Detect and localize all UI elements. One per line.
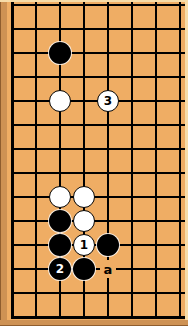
black-stone-c5 [49, 210, 71, 232]
grid-line-vertical [179, 2, 181, 319]
white-stone-d6 [73, 186, 95, 208]
image-crop-border-top [0, 0, 188, 2]
white-stone-c6 [49, 186, 71, 208]
move-number: 1 [80, 239, 88, 251]
grid-line-horizontal [11, 28, 185, 30]
board-edge-outline-left [0, 0, 1, 326]
grid-line-horizontal [11, 316, 185, 319]
grid-line-vertical [35, 2, 37, 319]
black-stone-e4 [97, 234, 119, 256]
board-side-bevel-left [1, 0, 7, 326]
grid-line-horizontal [11, 172, 185, 174]
black-stone-c3-move-2: 2 [49, 258, 71, 280]
black-stone-c12 [49, 42, 71, 64]
move-number: 3 [104, 95, 112, 107]
grid-line-horizontal [11, 4, 185, 6]
black-stone-d3 [73, 258, 95, 280]
grid-line-horizontal [11, 268, 185, 270]
grid-line-vertical [131, 2, 133, 319]
grid-line-horizontal [11, 148, 185, 150]
grid-line-horizontal [11, 292, 185, 294]
image-crop-border-right [185, 0, 188, 320]
grid-line-horizontal [11, 220, 185, 222]
white-stone-d5 [73, 210, 95, 232]
white-stone-c10 [49, 90, 71, 112]
grid-line-vertical [155, 2, 157, 319]
point-label-a: a [100, 260, 116, 278]
grid-line-horizontal [11, 196, 185, 198]
go-board-diagram: 312a [0, 0, 188, 326]
grid-line-horizontal [11, 76, 185, 78]
move-number: 2 [56, 263, 64, 275]
grid-line-horizontal [11, 52, 185, 54]
white-stone-e10-move-3: 3 [97, 90, 119, 112]
black-stone-c4 [49, 234, 71, 256]
white-stone-d4-move-1: 1 [73, 234, 95, 256]
grid-line-horizontal [11, 124, 185, 126]
grid-line-vertical [11, 2, 14, 319]
